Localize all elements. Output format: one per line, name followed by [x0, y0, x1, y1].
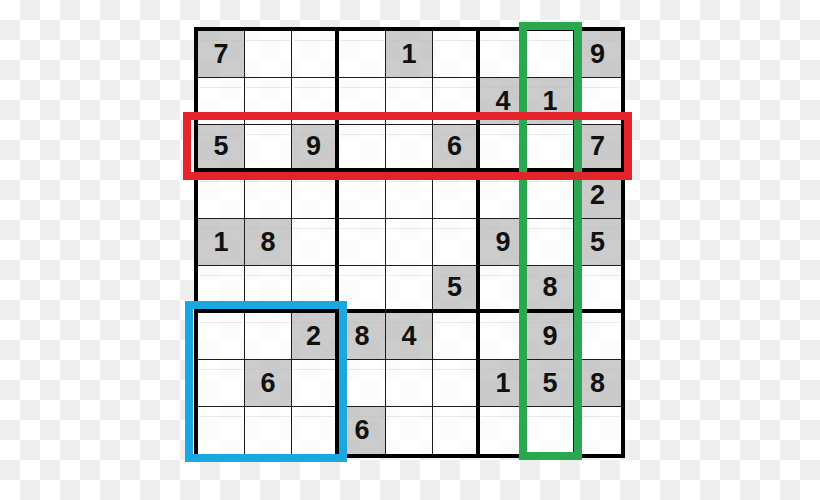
cell-r6c7[interactable]: [480, 266, 527, 313]
cell-r4c6[interactable]: [433, 172, 480, 219]
cell-r9c3[interactable]: [292, 407, 339, 454]
cell-r8c8: 5: [527, 360, 574, 407]
cell-r6c5[interactable]: [386, 266, 433, 313]
cell-r7c7[interactable]: [480, 313, 527, 360]
cell-r2c3[interactable]: [292, 78, 339, 125]
cell-r2c1[interactable]: [198, 78, 245, 125]
cell-r2c2[interactable]: [245, 78, 292, 125]
cell-r8c7: 1: [480, 360, 527, 407]
cell-r3c3: 9: [292, 125, 339, 172]
cell-r4c8[interactable]: [527, 172, 574, 219]
cell-r8c4[interactable]: [339, 360, 386, 407]
cell-r2c7: 4: [480, 78, 527, 125]
cell-r8c2: 6: [245, 360, 292, 407]
cell-r1c2[interactable]: [245, 31, 292, 78]
cell-r7c9[interactable]: [574, 313, 621, 360]
cell-r3c9: 7: [574, 125, 621, 172]
cell-r7c2[interactable]: [245, 313, 292, 360]
cell-r5c7: 9: [480, 219, 527, 266]
cell-r5c8[interactable]: [527, 219, 574, 266]
cell-r4c1[interactable]: [198, 172, 245, 219]
cell-r3c4[interactable]: [339, 125, 386, 172]
cell-r6c4[interactable]: [339, 266, 386, 313]
cell-r9c7[interactable]: [480, 407, 527, 454]
cell-r8c3[interactable]: [292, 360, 339, 407]
cell-r9c5[interactable]: [386, 407, 433, 454]
cell-r9c4: 6: [339, 407, 386, 454]
cell-r1c5: 1: [386, 31, 433, 78]
cell-r8c9: 8: [574, 360, 621, 407]
cell-r1c7[interactable]: [480, 31, 527, 78]
cell-r9c2[interactable]: [245, 407, 292, 454]
cell-r2c5[interactable]: [386, 78, 433, 125]
cell-r2c4[interactable]: [339, 78, 386, 125]
cell-r3c7[interactable]: [480, 125, 527, 172]
cell-r2c6[interactable]: [433, 78, 480, 125]
cell-r4c2[interactable]: [245, 172, 292, 219]
cell-r7c8: 9: [527, 313, 574, 360]
cell-r8c5[interactable]: [386, 360, 433, 407]
cell-r5c4[interactable]: [339, 219, 386, 266]
cell-r4c9: 2: [574, 172, 621, 219]
cell-r7c5: 4: [386, 313, 433, 360]
cell-r6c3[interactable]: [292, 266, 339, 313]
cell-r3c8[interactable]: [527, 125, 574, 172]
cell-r7c6[interactable]: [433, 313, 480, 360]
cell-r2c8: 1: [527, 78, 574, 125]
sudoku-diagram-canvas: { "game": "sudoku", "board_size": "9x9",…: [0, 0, 820, 500]
cell-r3c2[interactable]: [245, 125, 292, 172]
cell-r7c1[interactable]: [198, 313, 245, 360]
cell-r6c2[interactable]: [245, 266, 292, 313]
cell-r5c2: 8: [245, 219, 292, 266]
cell-r6c1[interactable]: [198, 266, 245, 313]
cell-r6c6: 5: [433, 266, 480, 313]
cell-r5c1: 1: [198, 219, 245, 266]
cell-r1c6[interactable]: [433, 31, 480, 78]
cell-r9c8[interactable]: [527, 407, 574, 454]
cell-r4c4[interactable]: [339, 172, 386, 219]
cell-r1c9: 9: [574, 31, 621, 78]
cell-r5c6[interactable]: [433, 219, 480, 266]
cell-r2c9[interactable]: [574, 78, 621, 125]
cell-r4c5[interactable]: [386, 172, 433, 219]
cell-r5c5[interactable]: [386, 219, 433, 266]
cell-r3c5[interactable]: [386, 125, 433, 172]
cell-r4c7[interactable]: [480, 172, 527, 219]
cell-r7c4: 8: [339, 313, 386, 360]
cell-r8c1[interactable]: [198, 360, 245, 407]
cell-r3c1: 5: [198, 125, 245, 172]
sudoku-board: 7194159672189558284961586: [194, 27, 625, 458]
cell-r1c1: 7: [198, 31, 245, 78]
cell-r9c6[interactable]: [433, 407, 480, 454]
cell-r9c9[interactable]: [574, 407, 621, 454]
cell-r6c9[interactable]: [574, 266, 621, 313]
cell-r6c8: 8: [527, 266, 574, 313]
cell-r5c9: 5: [574, 219, 621, 266]
cell-r4c3[interactable]: [292, 172, 339, 219]
cell-r1c4[interactable]: [339, 31, 386, 78]
cell-r5c3[interactable]: [292, 219, 339, 266]
cell-r3c6: 6: [433, 125, 480, 172]
cell-r9c1[interactable]: [198, 407, 245, 454]
cell-r1c3[interactable]: [292, 31, 339, 78]
cell-r7c3: 2: [292, 313, 339, 360]
cell-r8c6[interactable]: [433, 360, 480, 407]
cell-r1c8[interactable]: [527, 31, 574, 78]
